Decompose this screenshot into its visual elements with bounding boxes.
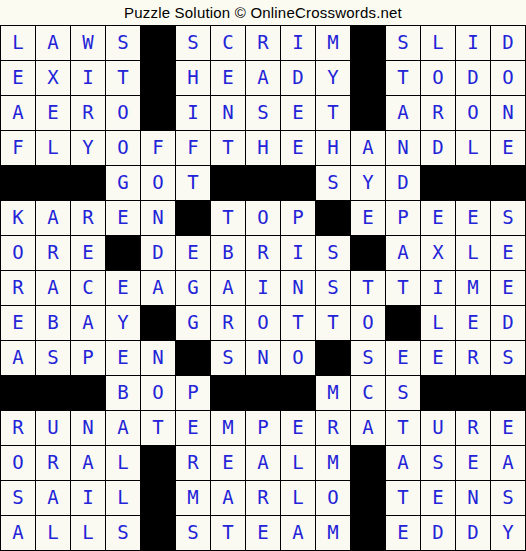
- letter-cell: D: [421, 516, 455, 550]
- letter-cell: T: [176, 166, 210, 200]
- letter-cell: T: [316, 306, 350, 340]
- letter-cell: S: [176, 516, 210, 550]
- letter-cell: A: [386, 236, 420, 270]
- letter-cell: A: [36, 26, 70, 60]
- letter-cell: S: [421, 446, 455, 480]
- letter-cell: S: [106, 516, 140, 550]
- letter-cell: I: [246, 271, 280, 305]
- black-cell: [1, 166, 35, 200]
- letter-cell: B: [36, 306, 70, 340]
- letter-cell: T: [386, 271, 420, 305]
- letter-cell: A: [211, 271, 245, 305]
- letter-cell: N: [71, 411, 105, 445]
- letter-cell: F: [1, 131, 35, 165]
- letter-cell: L: [106, 446, 140, 480]
- letter-cell: D: [141, 236, 175, 270]
- black-cell: [351, 96, 385, 130]
- black-cell: [351, 26, 385, 60]
- letter-cell: I: [421, 271, 455, 305]
- letter-cell: A: [281, 516, 315, 550]
- page-title: Puzzle Solution © OnlineCrosswords.net: [0, 0, 526, 25]
- letter-cell: R: [246, 236, 280, 270]
- letter-cell: E: [421, 481, 455, 515]
- letter-cell: T: [211, 201, 245, 235]
- letter-cell: O: [246, 201, 280, 235]
- letter-cell: T: [316, 96, 350, 130]
- letter-cell: E: [281, 131, 315, 165]
- letter-cell: O: [1, 446, 35, 480]
- black-cell: [141, 96, 175, 130]
- letter-cell: U: [36, 411, 70, 445]
- letter-cell: A: [71, 446, 105, 480]
- letter-cell: F: [141, 131, 175, 165]
- letter-cell: I: [176, 96, 210, 130]
- letter-cell: P: [386, 201, 420, 235]
- letter-cell: R: [421, 96, 455, 130]
- letter-cell: M: [316, 26, 350, 60]
- letter-cell: P: [281, 201, 315, 235]
- letter-cell: R: [246, 26, 280, 60]
- letter-cell: N: [281, 271, 315, 305]
- letter-cell: D: [386, 166, 420, 200]
- black-cell: [491, 166, 525, 200]
- letter-cell: A: [36, 201, 70, 235]
- letter-cell: H: [246, 131, 280, 165]
- letter-cell: L: [281, 446, 315, 480]
- black-cell: [456, 376, 490, 410]
- letter-cell: E: [491, 271, 525, 305]
- black-cell: [36, 376, 70, 410]
- letter-cell: I: [71, 481, 105, 515]
- letter-cell: E: [106, 271, 140, 305]
- letter-cell: P: [246, 411, 280, 445]
- letter-cell: R: [211, 306, 245, 340]
- letter-cell: A: [351, 131, 385, 165]
- letter-cell: D: [281, 61, 315, 95]
- letter-cell: T: [106, 61, 140, 95]
- letter-cell: E: [421, 341, 455, 375]
- black-cell: [246, 166, 280, 200]
- letter-cell: S: [351, 341, 385, 375]
- letter-cell: K: [1, 201, 35, 235]
- letter-cell: E: [491, 131, 525, 165]
- letter-cell: T: [141, 411, 175, 445]
- black-cell: [316, 341, 350, 375]
- letter-cell: A: [386, 96, 420, 130]
- letter-cell: E: [106, 201, 140, 235]
- letter-cell: S: [316, 271, 350, 305]
- letter-cell: A: [351, 411, 385, 445]
- letter-cell: M: [211, 411, 245, 445]
- letter-cell: E: [1, 306, 35, 340]
- letter-cell: I: [456, 26, 490, 60]
- letter-cell: Y: [491, 516, 525, 550]
- letter-cell: A: [246, 446, 280, 480]
- letter-cell: M: [316, 446, 350, 480]
- black-cell: [351, 61, 385, 95]
- letter-cell: A: [71, 306, 105, 340]
- letter-cell: X: [36, 61, 70, 95]
- letter-cell: D: [491, 26, 525, 60]
- letter-cell: A: [491, 446, 525, 480]
- letter-cell: A: [141, 271, 175, 305]
- letter-cell: E: [1, 61, 35, 95]
- letter-cell: Y: [106, 306, 140, 340]
- letter-cell: O: [141, 166, 175, 200]
- letter-cell: S: [106, 26, 140, 60]
- letter-cell: H: [176, 61, 210, 95]
- letter-cell: O: [1, 236, 35, 270]
- letter-cell: O: [141, 376, 175, 410]
- letter-cell: E: [71, 236, 105, 270]
- letter-cell: D: [491, 306, 525, 340]
- letter-cell: A: [106, 411, 140, 445]
- letter-cell: L: [36, 131, 70, 165]
- letter-cell: B: [211, 236, 245, 270]
- letter-cell: I: [71, 61, 105, 95]
- letter-cell: E: [351, 201, 385, 235]
- black-cell: [71, 376, 105, 410]
- letter-cell: O: [421, 61, 455, 95]
- letter-cell: E: [386, 516, 420, 550]
- letter-cell: N: [211, 96, 245, 130]
- letter-cell: A: [1, 96, 35, 130]
- letter-cell: G: [106, 166, 140, 200]
- black-cell: [386, 306, 420, 340]
- letter-cell: C: [71, 271, 105, 305]
- black-cell: [176, 201, 210, 235]
- letter-cell: E: [211, 446, 245, 480]
- letter-cell: A: [246, 61, 280, 95]
- letter-cell: O: [106, 96, 140, 130]
- black-cell: [141, 516, 175, 550]
- black-cell: [351, 481, 385, 515]
- letter-cell: M: [176, 481, 210, 515]
- letter-cell: M: [316, 516, 350, 550]
- letter-cell: L: [71, 516, 105, 550]
- black-cell: [281, 376, 315, 410]
- letter-cell: S: [246, 96, 280, 130]
- letter-cell: T: [211, 516, 245, 550]
- black-cell: [211, 166, 245, 200]
- letter-cell: A: [211, 481, 245, 515]
- black-cell: [316, 201, 350, 235]
- letter-cell: R: [456, 341, 490, 375]
- letter-cell: P: [176, 376, 210, 410]
- letter-cell: C: [211, 26, 245, 60]
- letter-cell: O: [281, 341, 315, 375]
- letter-cell: E: [106, 341, 140, 375]
- letter-cell: T: [386, 61, 420, 95]
- letter-cell: T: [211, 131, 245, 165]
- letter-cell: M: [456, 271, 490, 305]
- letter-cell: N: [491, 96, 525, 130]
- letter-cell: S: [211, 341, 245, 375]
- letter-cell: R: [246, 481, 280, 515]
- letter-cell: E: [176, 236, 210, 270]
- letter-cell: L: [421, 26, 455, 60]
- letter-cell: Y: [316, 61, 350, 95]
- letter-cell: S: [491, 341, 525, 375]
- black-cell: [141, 306, 175, 340]
- letter-cell: E: [246, 516, 280, 550]
- black-cell: [246, 376, 280, 410]
- letter-cell: R: [1, 411, 35, 445]
- letter-cell: O: [246, 306, 280, 340]
- letter-cell: R: [71, 96, 105, 130]
- letter-cell: R: [36, 446, 70, 480]
- black-cell: [141, 61, 175, 95]
- letter-cell: A: [36, 481, 70, 515]
- letter-cell: E: [211, 61, 245, 95]
- letter-cell: Y: [71, 131, 105, 165]
- letter-cell: R: [176, 446, 210, 480]
- black-cell: [491, 376, 525, 410]
- letter-cell: O: [106, 131, 140, 165]
- black-cell: [36, 166, 70, 200]
- letter-cell: M: [316, 376, 350, 410]
- black-cell: [71, 166, 105, 200]
- letter-cell: E: [421, 201, 455, 235]
- black-cell: [211, 376, 245, 410]
- letter-cell: L: [106, 481, 140, 515]
- letter-cell: N: [456, 481, 490, 515]
- letter-cell: G: [176, 271, 210, 305]
- letter-cell: B: [106, 376, 140, 410]
- letter-cell: L: [1, 26, 35, 60]
- black-cell: [1, 376, 35, 410]
- letter-cell: F: [176, 131, 210, 165]
- letter-cell: X: [421, 236, 455, 270]
- letter-cell: O: [316, 481, 350, 515]
- letter-cell: T: [351, 271, 385, 305]
- letter-cell: E: [281, 96, 315, 130]
- black-cell: [141, 481, 175, 515]
- black-cell: [421, 376, 455, 410]
- letter-cell: R: [71, 201, 105, 235]
- letter-cell: E: [176, 411, 210, 445]
- letter-cell: I: [281, 236, 315, 270]
- letter-cell: U: [421, 411, 455, 445]
- letter-cell: S: [176, 26, 210, 60]
- letter-cell: H: [316, 131, 350, 165]
- letter-cell: S: [386, 376, 420, 410]
- letter-cell: A: [386, 446, 420, 480]
- letter-cell: D: [456, 516, 490, 550]
- black-cell: [351, 446, 385, 480]
- letter-cell: E: [491, 411, 525, 445]
- letter-cell: G: [176, 306, 210, 340]
- letter-cell: S: [386, 26, 420, 60]
- black-cell: [141, 446, 175, 480]
- letter-cell: T: [386, 481, 420, 515]
- letter-cell: N: [386, 131, 420, 165]
- letter-cell: S: [316, 236, 350, 270]
- letter-cell: O: [351, 306, 385, 340]
- letter-cell: E: [36, 96, 70, 130]
- letter-cell: O: [456, 96, 490, 130]
- letter-cell: L: [456, 236, 490, 270]
- letter-cell: T: [281, 306, 315, 340]
- letter-cell: S: [316, 166, 350, 200]
- letter-cell: A: [1, 341, 35, 375]
- letter-cell: R: [1, 271, 35, 305]
- letter-cell: S: [36, 341, 70, 375]
- black-cell: [106, 236, 140, 270]
- black-cell: [281, 166, 315, 200]
- black-cell: [351, 236, 385, 270]
- letter-cell: Y: [351, 166, 385, 200]
- letter-cell: S: [491, 481, 525, 515]
- letter-cell: R: [36, 236, 70, 270]
- letter-cell: D: [456, 61, 490, 95]
- letter-cell: E: [456, 201, 490, 235]
- letter-cell: L: [281, 481, 315, 515]
- letter-cell: O: [491, 61, 525, 95]
- letter-cell: E: [456, 306, 490, 340]
- letter-cell: E: [456, 446, 490, 480]
- letter-cell: L: [456, 131, 490, 165]
- letter-cell: C: [351, 376, 385, 410]
- letter-cell: N: [246, 341, 280, 375]
- black-cell: [421, 166, 455, 200]
- letter-cell: N: [141, 201, 175, 235]
- black-cell: [176, 341, 210, 375]
- letter-cell: E: [491, 236, 525, 270]
- letter-cell: A: [1, 516, 35, 550]
- letter-cell: N: [141, 341, 175, 375]
- black-cell: [141, 26, 175, 60]
- letter-cell: L: [421, 306, 455, 340]
- letter-cell: P: [71, 341, 105, 375]
- letter-cell: R: [316, 411, 350, 445]
- letter-cell: S: [491, 201, 525, 235]
- letter-cell: L: [36, 516, 70, 550]
- black-cell: [351, 516, 385, 550]
- letter-cell: D: [421, 131, 455, 165]
- black-cell: [456, 166, 490, 200]
- letter-cell: I: [281, 26, 315, 60]
- letter-cell: E: [281, 411, 315, 445]
- letter-cell: S: [1, 481, 35, 515]
- letter-cell: R: [456, 411, 490, 445]
- letter-cell: E: [386, 341, 420, 375]
- crossword-grid: LAWSSCRIMSLIDEXITHEADYTODOAEROINSETARONF…: [0, 25, 526, 551]
- letter-cell: T: [386, 411, 420, 445]
- letter-cell: W: [71, 26, 105, 60]
- letter-cell: A: [36, 271, 70, 305]
